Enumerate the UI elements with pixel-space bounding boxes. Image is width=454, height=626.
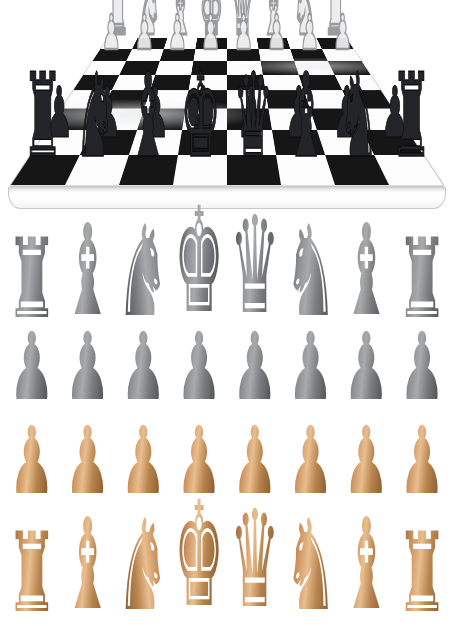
board-square (189, 75, 227, 91)
brown-major-row-bishop: ♝ (339, 572, 395, 622)
board-3d (11, 38, 443, 185)
board-square (155, 61, 193, 75)
gray-pawn-row-pawn: ♟ (339, 361, 395, 408)
rook-glyph: ♜ (396, 518, 448, 626)
board-square (227, 75, 265, 91)
board-square (227, 155, 281, 185)
board-square (316, 38, 353, 49)
pawn-glyph: ♟ (120, 319, 167, 413)
queen-glyph: ♛ (230, 494, 280, 626)
knight-glyph: ♞ (284, 502, 338, 626)
bishop-glyph: ♝ (63, 502, 113, 626)
gray-pawn-row-pawn: ♟ (60, 361, 116, 408)
board-square (227, 130, 276, 155)
board-square (137, 109, 185, 130)
board-square (328, 61, 371, 75)
board-square (227, 109, 272, 130)
board-square (119, 61, 159, 75)
pawn-glyph: ♟ (343, 319, 390, 413)
brown-major-row-knight: ♞ (283, 568, 339, 622)
gray-pawn-row-pawn: ♟ (4, 361, 60, 408)
chess-illustration: ♜♞♝♚♛♝♞♜♟♟♟♟♟♟♟♟♟♟♟♟♟♟♟♟♜♞♝♚♛♝♞♜ ♜♝♞♚♛♞♝… (0, 0, 454, 626)
pawn-glyph: ♟ (399, 319, 446, 413)
board-square (178, 130, 227, 155)
brown-pawn-row-pawn: ♟ (394, 455, 450, 502)
board-square (126, 49, 164, 61)
board-square (160, 49, 196, 61)
board-square (103, 90, 150, 108)
bishop-glyph: ♝ (341, 502, 391, 626)
board-square (129, 130, 182, 155)
brown-pawn-row-pawn: ♟ (4, 455, 60, 502)
gray-pawns-row: ♟♟♟♟♟♟♟♟ (0, 328, 454, 408)
pawn-glyph: ♟ (399, 413, 446, 507)
board-square (132, 38, 167, 49)
board-square (186, 90, 227, 108)
board-square (227, 90, 268, 108)
knight-glyph: ♞ (116, 502, 170, 626)
board-square (193, 49, 227, 61)
board-square (195, 38, 227, 49)
brown-major-pieces-row: ♜♝♞♚♛♞♝♜ (0, 504, 454, 622)
board-square (227, 49, 261, 61)
gray-major-pieces-row: ♜♝♞♚♛♞♝♜ (0, 210, 454, 328)
pawn-glyph: ♟ (9, 319, 56, 413)
gray-pawn-row-pawn: ♟ (227, 361, 283, 408)
board-square (164, 38, 197, 49)
board-square (144, 90, 188, 108)
board-square (257, 38, 290, 49)
board-square (342, 90, 392, 108)
board-square (182, 109, 227, 130)
pawn-glyph: ♟ (232, 319, 279, 413)
brown-major-row-rook: ♜ (4, 570, 60, 622)
board-square (227, 61, 263, 75)
rook-glyph: ♜ (6, 518, 58, 626)
board-square (112, 75, 156, 91)
gray-pawn-row-pawn: ♟ (394, 361, 450, 408)
board-scene: ♜♞♝♚♛♝♞♜♟♟♟♟♟♟♟♟♟♟♟♟♟♟♟♟♜♞♝♚♛♝♞♜ (0, 0, 454, 210)
board-square (259, 49, 295, 61)
brown-major-row-bishop: ♝ (60, 572, 116, 622)
board-square (335, 75, 381, 91)
pawn-glyph: ♟ (64, 319, 111, 413)
brown-major-row-queen: ♛ (227, 572, 283, 622)
board-square (92, 109, 144, 130)
gray-pawn-row-pawn: ♟ (283, 361, 339, 408)
board-square (261, 61, 299, 75)
brown-major-row-rook: ♜ (394, 570, 450, 622)
king-glyph: ♚ (174, 482, 224, 626)
pawn-glyph: ♟ (9, 413, 56, 507)
pawn-glyph: ♟ (287, 319, 334, 413)
board-square (191, 61, 227, 75)
board-square (150, 75, 191, 91)
board-square (119, 155, 178, 185)
pawn-glyph: ♟ (176, 319, 223, 413)
board-square (351, 109, 406, 130)
board-square (268, 109, 316, 130)
board-square (265, 90, 309, 108)
gray-pawn-row-pawn: ♟ (116, 361, 172, 408)
board-square (322, 49, 362, 61)
brown-major-row-knight: ♞ (116, 568, 172, 622)
board-square (227, 38, 259, 49)
board-square (263, 75, 304, 91)
brown-major-row-king: ♚ (171, 572, 227, 622)
gray-pawn-row-pawn: ♟ (171, 361, 227, 408)
